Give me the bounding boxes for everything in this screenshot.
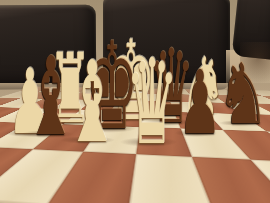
- white-bishop[interactable]: ♝: [64, 46, 119, 158]
- pieces-layer: ♞♚♜♛♞♚♟♟♝♝♛: [0, 0, 270, 203]
- black-pawn[interactable]: ♟: [178, 59, 221, 147]
- chess-photo-stage: ♞♚♜♛♞♚♟♟♝♝♛: [0, 0, 270, 203]
- white-queen[interactable]: ♛: [126, 43, 179, 161]
- black-knight[interactable]: ♞: [217, 52, 270, 136]
